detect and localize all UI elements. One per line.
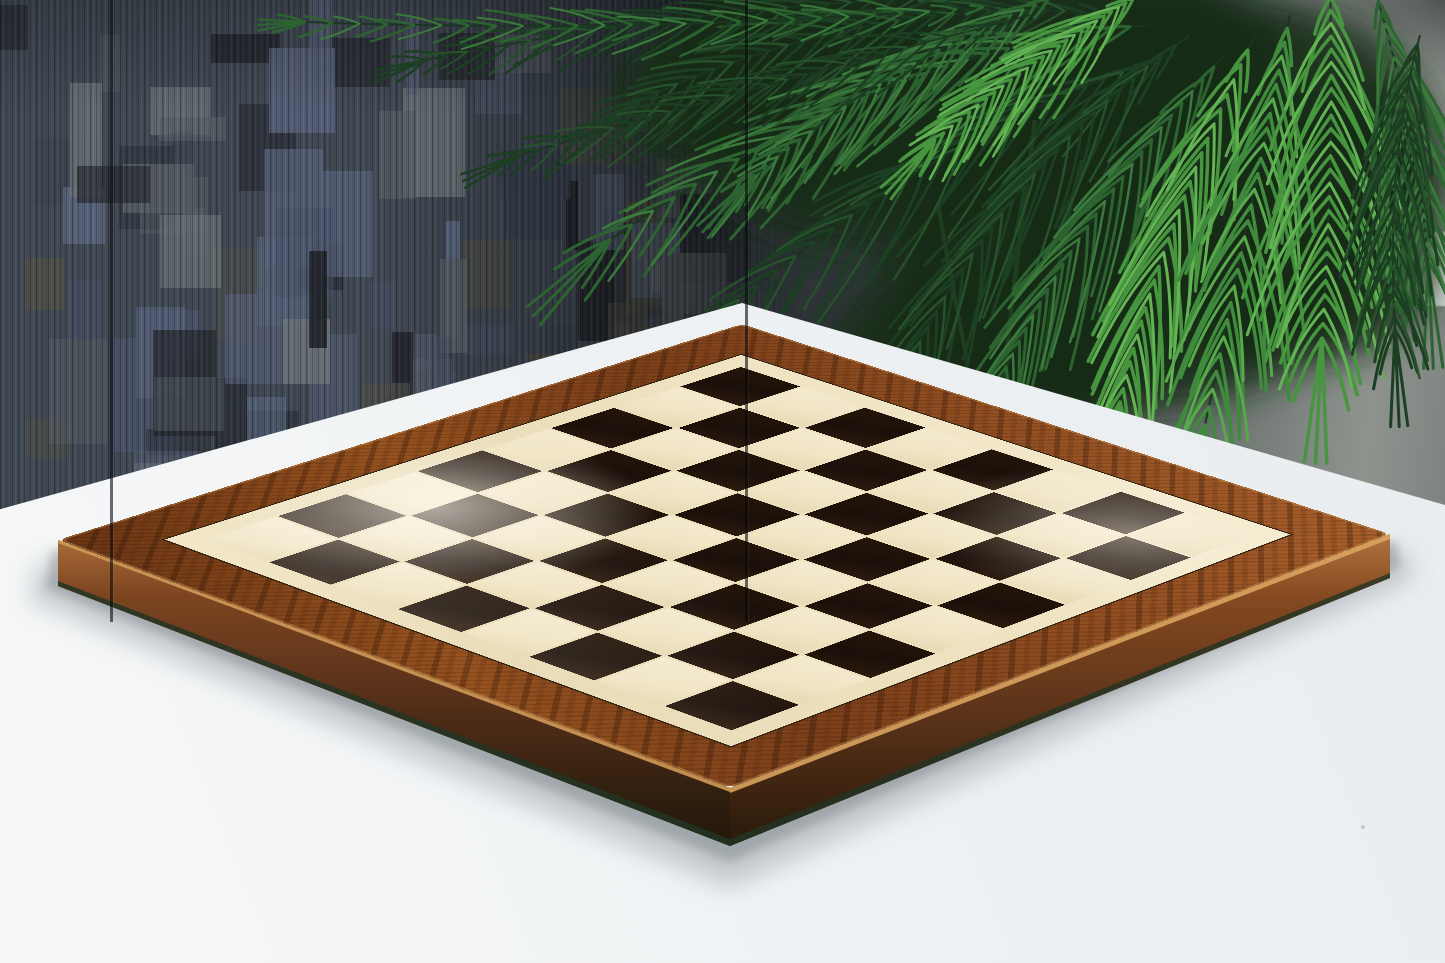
wall-panel-seam [745,0,748,622]
dust-speck [1361,825,1365,829]
wall-panel-seam [110,0,113,622]
scene [0,0,1445,963]
